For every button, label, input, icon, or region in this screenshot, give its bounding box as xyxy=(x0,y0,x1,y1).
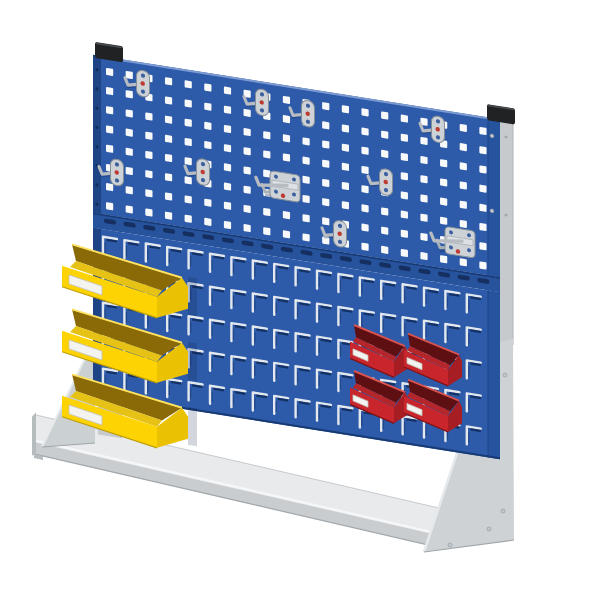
square-hole xyxy=(244,224,251,232)
square-hole xyxy=(322,179,329,187)
square-hole xyxy=(361,108,368,116)
square-hole xyxy=(263,169,270,177)
square-hole xyxy=(283,115,290,123)
square-hole xyxy=(165,211,172,219)
square-hole xyxy=(244,128,251,136)
rivet xyxy=(490,209,494,213)
square-hole xyxy=(401,153,408,161)
square-hole xyxy=(420,214,427,222)
square-hole xyxy=(145,170,152,178)
panel-left-edge xyxy=(93,55,101,214)
square-hole xyxy=(185,215,192,223)
square-hole xyxy=(479,261,486,269)
square-hole xyxy=(283,211,290,219)
square-hole xyxy=(126,205,133,213)
storage-rack-product-photo xyxy=(0,0,592,600)
square-hole xyxy=(440,159,447,167)
square-hole xyxy=(401,191,408,199)
panel-right-edge xyxy=(488,117,500,277)
square-hole xyxy=(165,115,172,123)
rivet xyxy=(501,509,505,513)
square-hole xyxy=(126,90,133,98)
bin-shadow xyxy=(188,277,197,316)
square-hole xyxy=(165,77,172,85)
square-hole xyxy=(479,223,486,231)
square-hole xyxy=(185,176,192,184)
square-hole xyxy=(283,134,290,142)
square-hole xyxy=(185,195,192,203)
square-hole xyxy=(303,214,310,222)
square-hole xyxy=(322,102,329,110)
square-hole xyxy=(224,182,231,190)
square-hole xyxy=(126,186,133,194)
square-hole xyxy=(106,183,113,191)
square-hole xyxy=(303,156,310,164)
square-hole xyxy=(381,131,388,139)
square-hole xyxy=(361,185,368,193)
square-hole xyxy=(185,80,192,88)
square-hole xyxy=(224,221,231,229)
square-hole xyxy=(479,127,486,135)
square-hole xyxy=(126,148,133,156)
square-hole xyxy=(381,150,388,158)
square-hole xyxy=(224,106,231,114)
square-hole xyxy=(342,201,349,209)
square-hole xyxy=(204,218,211,226)
square-hole xyxy=(283,230,290,238)
rivet xyxy=(490,134,494,138)
square-hole xyxy=(361,223,368,231)
square-hole xyxy=(479,165,486,173)
square-hole xyxy=(460,258,467,266)
square-hole xyxy=(224,144,231,152)
square-hole xyxy=(244,147,251,155)
bin-shadow xyxy=(188,407,197,446)
square-hole xyxy=(165,192,172,200)
square-hole xyxy=(224,86,231,94)
square-hole xyxy=(185,99,192,107)
square-hole xyxy=(126,167,133,175)
square-hole xyxy=(401,249,408,257)
square-hole xyxy=(204,122,211,130)
shelf-left-end xyxy=(32,411,36,456)
square-hole xyxy=(204,83,211,91)
square-hole xyxy=(204,103,211,111)
square-hole xyxy=(381,111,388,119)
square-hole xyxy=(401,230,408,238)
square-hole xyxy=(204,199,211,207)
square-hole xyxy=(145,132,152,140)
square-hole xyxy=(303,176,310,184)
square-hole xyxy=(106,125,113,133)
square-hole xyxy=(106,87,113,95)
square-hole xyxy=(479,204,486,212)
square-hole xyxy=(440,255,447,263)
square-hole xyxy=(145,151,152,159)
square-hole xyxy=(263,131,270,139)
square-hole xyxy=(342,124,349,132)
square-hole xyxy=(165,154,172,162)
right-upright-post xyxy=(500,120,513,345)
square-hole xyxy=(322,121,329,129)
square-hole xyxy=(303,195,310,203)
square-hole xyxy=(165,135,172,143)
square-hole xyxy=(361,166,368,174)
square-hole xyxy=(420,194,427,202)
square-hole xyxy=(106,68,113,76)
square-hole xyxy=(460,162,467,170)
square-hole xyxy=(342,143,349,151)
square-hole xyxy=(185,157,192,165)
square-hole xyxy=(342,182,349,190)
rivet xyxy=(487,527,491,531)
square-hole xyxy=(401,210,408,218)
square-hole xyxy=(460,220,467,228)
square-hole xyxy=(381,227,388,235)
square-hole xyxy=(479,242,486,250)
square-hole xyxy=(420,156,427,164)
square-hole xyxy=(106,106,113,114)
square-hole xyxy=(322,198,329,206)
square-hole xyxy=(322,217,329,225)
square-hole xyxy=(401,114,408,122)
square-hole xyxy=(381,207,388,215)
square-hole xyxy=(460,181,467,189)
square-hole xyxy=(204,141,211,149)
square-hole xyxy=(244,205,251,213)
square-hole xyxy=(126,128,133,136)
square-hole xyxy=(145,189,152,197)
square-hole xyxy=(106,145,113,153)
square-hole xyxy=(479,146,486,154)
post-hole xyxy=(505,136,508,139)
square-hole xyxy=(224,202,231,210)
square-hole xyxy=(165,96,172,104)
square-hole xyxy=(460,143,467,151)
square-hole xyxy=(460,201,467,209)
square-hole xyxy=(126,109,133,117)
square-hole xyxy=(440,197,447,205)
square-hole xyxy=(361,147,368,155)
square-hole xyxy=(145,112,152,120)
square-hole xyxy=(381,246,388,254)
square-hole xyxy=(440,178,447,186)
square-hole xyxy=(165,173,172,181)
square-hole xyxy=(479,184,486,192)
square-hole xyxy=(440,217,447,225)
rivet xyxy=(448,543,452,547)
storage-rack-photo xyxy=(0,0,592,600)
square-hole xyxy=(126,71,133,79)
square-hole xyxy=(224,125,231,133)
square-hole xyxy=(224,163,231,171)
square-hole xyxy=(460,124,467,132)
square-hole xyxy=(244,186,251,194)
bin-shadow xyxy=(188,342,197,381)
square-hole xyxy=(145,208,152,216)
square-hole xyxy=(106,202,113,210)
square-hole xyxy=(244,166,251,174)
square-hole xyxy=(401,134,408,142)
square-hole xyxy=(401,172,408,180)
square-hole xyxy=(303,137,310,145)
square-hole xyxy=(263,208,270,216)
square-hole xyxy=(185,119,192,127)
square-hole xyxy=(283,96,290,104)
square-hole xyxy=(361,243,368,251)
square-hole xyxy=(263,150,270,158)
square-hole xyxy=(303,233,310,241)
square-hole xyxy=(185,138,192,146)
square-hole xyxy=(420,175,427,183)
post-hole xyxy=(505,214,508,217)
square-hole xyxy=(283,153,290,161)
square-hole xyxy=(361,204,368,212)
square-hole xyxy=(342,163,349,171)
square-hole xyxy=(420,252,427,260)
square-hole xyxy=(322,160,329,168)
square-hole xyxy=(361,127,368,135)
square-hole xyxy=(342,105,349,113)
square-hole xyxy=(263,227,270,235)
square-hole xyxy=(420,233,427,241)
square-hole xyxy=(420,137,427,145)
square-hole xyxy=(322,140,329,148)
rivet xyxy=(503,373,507,377)
square-hole xyxy=(244,109,251,117)
